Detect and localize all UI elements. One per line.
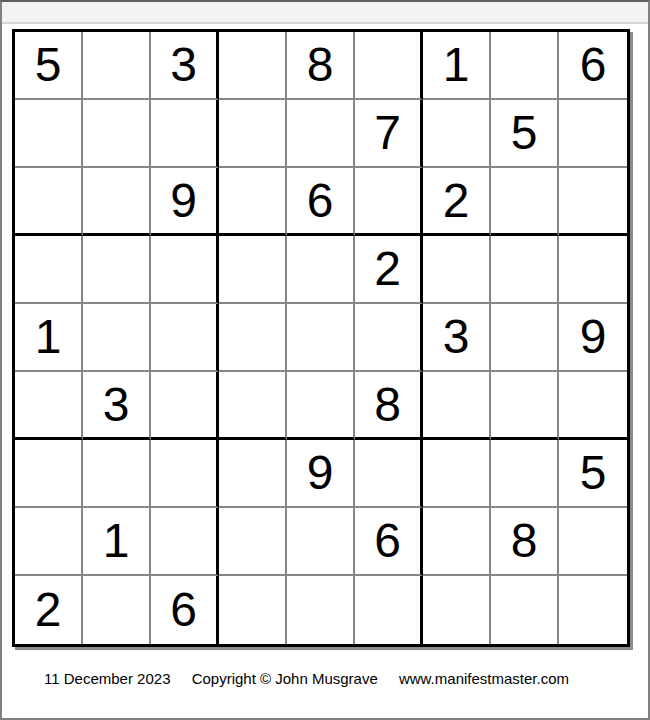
- cell-r3c6[interactable]: [355, 168, 423, 236]
- cell-r2c1[interactable]: [15, 100, 83, 168]
- cell-r8c6-given[interactable]: 6: [355, 508, 423, 576]
- cell-r7c8[interactable]: [491, 440, 559, 508]
- cell-r8c2-given[interactable]: 1: [83, 508, 151, 576]
- cell-r3c3-given[interactable]: 9: [151, 168, 219, 236]
- cell-r2c8-given[interactable]: 5: [491, 100, 559, 168]
- cell-r4c5[interactable]: [287, 236, 355, 304]
- cell-r1c7-given[interactable]: 1: [423, 32, 491, 100]
- cell-r9c9[interactable]: [559, 576, 627, 644]
- cell-r6c8[interactable]: [491, 372, 559, 440]
- cell-r7c2[interactable]: [83, 440, 151, 508]
- cell-r9c1-given[interactable]: 2: [15, 576, 83, 644]
- cell-r9c2[interactable]: [83, 576, 151, 644]
- cell-r1c8[interactable]: [491, 32, 559, 100]
- cell-r8c3[interactable]: [151, 508, 219, 576]
- cell-r5c1-given[interactable]: 1: [15, 304, 83, 372]
- cell-r2c5[interactable]: [287, 100, 355, 168]
- cell-r6c7[interactable]: [423, 372, 491, 440]
- cell-r2c4[interactable]: [219, 100, 287, 168]
- cell-r5c6[interactable]: [355, 304, 423, 372]
- cell-r5c4[interactable]: [219, 304, 287, 372]
- cell-r5c3[interactable]: [151, 304, 219, 372]
- cell-r4c2[interactable]: [83, 236, 151, 304]
- cell-r3c8[interactable]: [491, 168, 559, 236]
- cell-r5c5[interactable]: [287, 304, 355, 372]
- cell-r6c5[interactable]: [287, 372, 355, 440]
- cell-r7c5-given[interactable]: 9: [287, 440, 355, 508]
- cell-r2c7[interactable]: [423, 100, 491, 168]
- cell-r9c7[interactable]: [423, 576, 491, 644]
- cell-r9c3-given[interactable]: 6: [151, 576, 219, 644]
- sudoku-board: 53816759622139389516826: [12, 29, 630, 647]
- cell-r1c9-given[interactable]: 6: [559, 32, 627, 100]
- cell-r1c6[interactable]: [355, 32, 423, 100]
- cell-r2c2[interactable]: [83, 100, 151, 168]
- cell-r4c3[interactable]: [151, 236, 219, 304]
- cell-r5c8[interactable]: [491, 304, 559, 372]
- cell-r3c7-given[interactable]: 2: [423, 168, 491, 236]
- board-area: 53816759622139389516826: [2, 24, 648, 647]
- cell-r7c3[interactable]: [151, 440, 219, 508]
- puzzle-page: 53816759622139389516826 11 December 2023…: [0, 0, 650, 720]
- cell-r5c2[interactable]: [83, 304, 151, 372]
- cell-r5c9-given[interactable]: 9: [559, 304, 627, 372]
- cell-r4c6-given[interactable]: 2: [355, 236, 423, 304]
- cell-r1c5-given[interactable]: 8: [287, 32, 355, 100]
- cell-r3c2[interactable]: [83, 168, 151, 236]
- cell-r7c6[interactable]: [355, 440, 423, 508]
- cell-r9c6[interactable]: [355, 576, 423, 644]
- cell-r6c4[interactable]: [219, 372, 287, 440]
- cell-r8c8-given[interactable]: 8: [491, 508, 559, 576]
- cell-r9c8[interactable]: [491, 576, 559, 644]
- cell-r8c5[interactable]: [287, 508, 355, 576]
- cell-r3c5-given[interactable]: 6: [287, 168, 355, 236]
- footer-date: 11 December 2023: [44, 670, 170, 687]
- cell-r4c7[interactable]: [423, 236, 491, 304]
- cell-r3c4[interactable]: [219, 168, 287, 236]
- cell-r5c7-given[interactable]: 3: [423, 304, 491, 372]
- cell-r6c1[interactable]: [15, 372, 83, 440]
- footer-website: www.manifestmaster.com: [399, 670, 569, 687]
- cell-r8c7[interactable]: [423, 508, 491, 576]
- cell-r1c1-given[interactable]: 5: [15, 32, 83, 100]
- cell-r4c8[interactable]: [491, 236, 559, 304]
- cell-r8c1[interactable]: [15, 508, 83, 576]
- cell-r6c9[interactable]: [559, 372, 627, 440]
- cell-r4c4[interactable]: [219, 236, 287, 304]
- cell-r7c7[interactable]: [423, 440, 491, 508]
- cell-r6c6-given[interactable]: 8: [355, 372, 423, 440]
- footer-copyright: Copyright © John Musgrave: [192, 670, 378, 687]
- cell-r8c4[interactable]: [219, 508, 287, 576]
- window-top-strip: [2, 2, 648, 24]
- cell-r2c6-given[interactable]: 7: [355, 100, 423, 168]
- cell-r2c3[interactable]: [151, 100, 219, 168]
- cell-r7c1[interactable]: [15, 440, 83, 508]
- footer: 11 December 2023 Copyright © John Musgra…: [2, 647, 648, 687]
- cell-r9c5[interactable]: [287, 576, 355, 644]
- cell-r6c2-given[interactable]: 3: [83, 372, 151, 440]
- cell-r7c9-given[interactable]: 5: [559, 440, 627, 508]
- cell-r1c3-given[interactable]: 3: [151, 32, 219, 100]
- cell-r3c9[interactable]: [559, 168, 627, 236]
- cell-r6c3[interactable]: [151, 372, 219, 440]
- cell-r7c4[interactable]: [219, 440, 287, 508]
- cell-r3c1[interactable]: [15, 168, 83, 236]
- cell-r2c9[interactable]: [559, 100, 627, 168]
- cell-r4c9[interactable]: [559, 236, 627, 304]
- cell-r8c9[interactable]: [559, 508, 627, 576]
- cell-r1c4[interactable]: [219, 32, 287, 100]
- cell-r4c1[interactable]: [15, 236, 83, 304]
- cell-r9c4[interactable]: [219, 576, 287, 644]
- cell-r1c2[interactable]: [83, 32, 151, 100]
